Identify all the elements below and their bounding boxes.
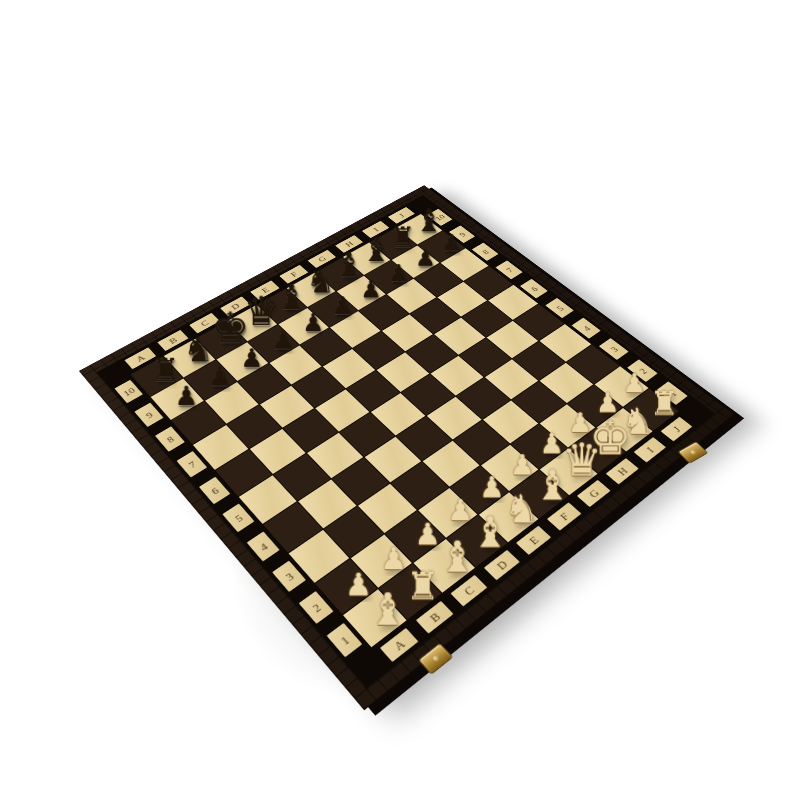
piece-black-pawn: ♟ bbox=[240, 345, 263, 371]
rank-label-text: 8 bbox=[155, 427, 184, 452]
clasp-rivet-icon bbox=[689, 449, 697, 455]
clasp-rivet-icon bbox=[432, 654, 441, 662]
rank-label-text: 9 bbox=[135, 403, 164, 427]
rank-label: 2 bbox=[621, 355, 665, 388]
rank-label-text: 10 bbox=[115, 380, 143, 403]
rank-label: 4 bbox=[566, 313, 608, 344]
rank-label-text: 4 bbox=[247, 532, 279, 562]
rank-label-text: 3 bbox=[599, 338, 628, 360]
file-label-text: B bbox=[416, 601, 453, 633]
frame-corner bbox=[348, 649, 390, 688]
rank-label-text: 5 bbox=[223, 504, 254, 532]
file-label-text: J bbox=[661, 417, 692, 441]
rank-label-text: 1 bbox=[657, 382, 688, 405]
file-label-text: D bbox=[484, 550, 519, 580]
page-background: { "game": "chess", "scene_description": … bbox=[0, 0, 800, 800]
board-square bbox=[456, 378, 510, 419]
